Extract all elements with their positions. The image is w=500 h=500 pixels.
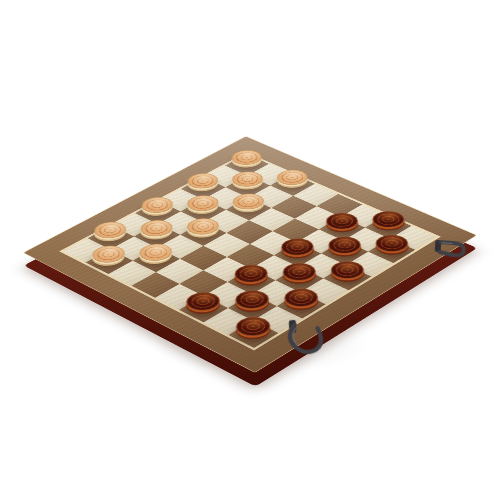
- checker-dark-man: [229, 313, 277, 340]
- checker-dark-man: [179, 288, 227, 314]
- checkers-board: [24, 137, 476, 372]
- checker-dark-man: [228, 286, 276, 312]
- metal-latch-right: [433, 232, 473, 263]
- perspective-stage: [0, 0, 500, 500]
- checker-dark-man: [228, 261, 275, 286]
- product-photo-scene: [0, 0, 500, 500]
